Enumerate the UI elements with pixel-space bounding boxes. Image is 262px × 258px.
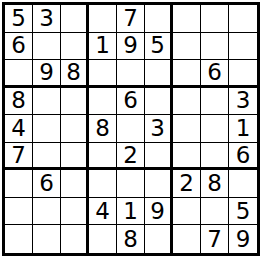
- sudoku-cell-r3c6[interactable]: [145, 60, 173, 88]
- sudoku-given-r5c4[interactable]: 8: [89, 115, 117, 143]
- sudoku-cell-r8c1[interactable]: [5, 198, 33, 226]
- sudoku-given-r2c4[interactable]: 1: [89, 33, 117, 61]
- sudoku-cell-r4c8[interactable]: [201, 88, 229, 116]
- sudoku-cell-r6c7[interactable]: [173, 143, 201, 171]
- sudoku-cell-r6c8[interactable]: [201, 143, 229, 171]
- sudoku-cell-r5c3[interactable]: [61, 115, 89, 143]
- sudoku-cell-r2c3[interactable]: [61, 33, 89, 61]
- sudoku-cell-r2c8[interactable]: [201, 33, 229, 61]
- sudoku-given-r4c9[interactable]: 3: [229, 88, 257, 116]
- sudoku-cell-r8c8[interactable]: [201, 198, 229, 226]
- sudoku-cell-r8c3[interactable]: [61, 198, 89, 226]
- sudoku-board: 537619598686348317266284195879: [2, 2, 260, 256]
- sudoku-cell-r3c5[interactable]: [117, 60, 145, 88]
- sudoku-given-r7c7[interactable]: 2: [173, 170, 201, 198]
- sudoku-cell-r7c3[interactable]: [61, 170, 89, 198]
- sudoku-given-r3c2[interactable]: 9: [33, 60, 61, 88]
- sudoku-cell-r3c4[interactable]: [89, 60, 117, 88]
- sudoku-given-r8c9[interactable]: 5: [229, 198, 257, 226]
- sudoku-cell-r1c3[interactable]: [61, 5, 89, 33]
- sudoku-cell-r4c3[interactable]: [61, 88, 89, 116]
- sudoku-given-r9c8[interactable]: 7: [201, 225, 229, 253]
- sudoku-cell-r9c2[interactable]: [33, 225, 61, 253]
- sudoku-given-r2c1[interactable]: 6: [5, 33, 33, 61]
- sudoku-given-r2c6[interactable]: 5: [145, 33, 173, 61]
- sudoku-given-r6c1[interactable]: 7: [5, 143, 33, 171]
- sudoku-cell-r2c9[interactable]: [229, 33, 257, 61]
- sudoku-cell-r1c9[interactable]: [229, 5, 257, 33]
- sudoku-cell-r7c5[interactable]: [117, 170, 145, 198]
- sudoku-given-r5c9[interactable]: 1: [229, 115, 257, 143]
- sudoku-cell-r7c4[interactable]: [89, 170, 117, 198]
- sudoku-cell-r9c7[interactable]: [173, 225, 201, 253]
- sudoku-cell-r6c3[interactable]: [61, 143, 89, 171]
- sudoku-given-r1c5[interactable]: 7: [117, 5, 145, 33]
- sudoku-given-r5c1[interactable]: 4: [5, 115, 33, 143]
- sudoku-cell-r7c1[interactable]: [5, 170, 33, 198]
- sudoku-given-r5c6[interactable]: 3: [145, 115, 173, 143]
- sudoku-given-r1c2[interactable]: 3: [33, 5, 61, 33]
- sudoku-given-r6c5[interactable]: 2: [117, 143, 145, 171]
- sudoku-cell-r1c8[interactable]: [201, 5, 229, 33]
- sudoku-cell-r4c2[interactable]: [33, 88, 61, 116]
- sudoku-given-r8c4[interactable]: 4: [89, 198, 117, 226]
- sudoku-cell-r4c6[interactable]: [145, 88, 173, 116]
- sudoku-cell-r1c6[interactable]: [145, 5, 173, 33]
- sudoku-cell-r7c9[interactable]: [229, 170, 257, 198]
- sudoku-cell-r8c2[interactable]: [33, 198, 61, 226]
- sudoku-cell-r5c5[interactable]: [117, 115, 145, 143]
- page-background: 537619598686348317266284195879: [0, 0, 262, 258]
- sudoku-cell-r5c8[interactable]: [201, 115, 229, 143]
- sudoku-cell-r7c6[interactable]: [145, 170, 173, 198]
- sudoku-cell-r5c2[interactable]: [33, 115, 61, 143]
- sudoku-given-r2c5[interactable]: 9: [117, 33, 145, 61]
- sudoku-cell-r9c4[interactable]: [89, 225, 117, 253]
- sudoku-given-r3c8[interactable]: 6: [201, 60, 229, 88]
- sudoku-cell-r6c4[interactable]: [89, 143, 117, 171]
- sudoku-cell-r4c4[interactable]: [89, 88, 117, 116]
- sudoku-given-r9c9[interactable]: 9: [229, 225, 257, 253]
- sudoku-given-r8c5[interactable]: 1: [117, 198, 145, 226]
- sudoku-cell-r3c7[interactable]: [173, 60, 201, 88]
- sudoku-cell-r5c7[interactable]: [173, 115, 201, 143]
- sudoku-given-r3c3[interactable]: 8: [61, 60, 89, 88]
- sudoku-given-r4c1[interactable]: 8: [5, 88, 33, 116]
- sudoku-cell-r2c2[interactable]: [33, 33, 61, 61]
- sudoku-given-r7c8[interactable]: 8: [201, 170, 229, 198]
- sudoku-given-r9c5[interactable]: 8: [117, 225, 145, 253]
- sudoku-cell-r6c6[interactable]: [145, 143, 173, 171]
- sudoku-cell-r6c2[interactable]: [33, 143, 61, 171]
- sudoku-cell-r3c1[interactable]: [5, 60, 33, 88]
- sudoku-given-r1c1[interactable]: 5: [5, 5, 33, 33]
- sudoku-cell-r9c1[interactable]: [5, 225, 33, 253]
- sudoku-cell-r3c9[interactable]: [229, 60, 257, 88]
- sudoku-given-r8c6[interactable]: 9: [145, 198, 173, 226]
- sudoku-cell-r9c3[interactable]: [61, 225, 89, 253]
- sudoku-cell-r4c7[interactable]: [173, 88, 201, 116]
- sudoku-given-r4c5[interactable]: 6: [117, 88, 145, 116]
- sudoku-cell-r9c6[interactable]: [145, 225, 173, 253]
- sudoku-cell-r8c7[interactable]: [173, 198, 201, 226]
- sudoku-given-r7c2[interactable]: 6: [33, 170, 61, 198]
- sudoku-given-r6c9[interactable]: 6: [229, 143, 257, 171]
- sudoku-cell-r2c7[interactable]: [173, 33, 201, 61]
- sudoku-cell-r1c4[interactable]: [89, 5, 117, 33]
- sudoku-cell-r1c7[interactable]: [173, 5, 201, 33]
